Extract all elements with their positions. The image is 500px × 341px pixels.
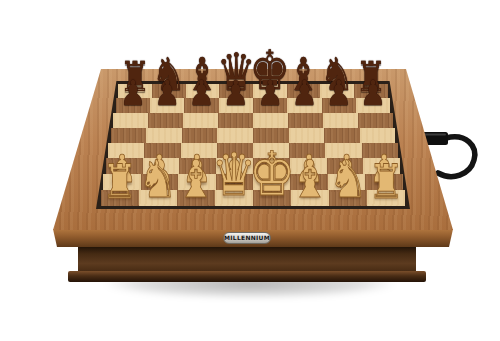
white-bishop-glyph: ♝	[290, 153, 329, 205]
black-pawn-h7[interactable]: ♟	[360, 82, 387, 112]
black-pawn-glyph: ♟	[154, 77, 181, 112]
black-pawn-glyph: ♟	[326, 77, 353, 112]
white-bishop-glyph: ♝	[176, 153, 215, 205]
black-pawn-c7[interactable]: ♟	[188, 82, 215, 112]
white-knight-g1[interactable]: ♞	[328, 160, 367, 204]
white-rook-a1[interactable]: ♜	[102, 164, 138, 204]
chess-pieces: ♜♞♝♛♚♝♞♜♟♟♟♟♟♟♟♟♟♟♟♟♟♟♟♟♜♞♝♛♚♝♞♜	[0, 0, 500, 341]
white-rook-h1[interactable]: ♜	[368, 164, 404, 204]
black-pawn-glyph: ♟	[257, 77, 284, 112]
white-knight-glyph: ♞	[138, 153, 177, 205]
black-pawn-g7[interactable]: ♟	[326, 82, 353, 112]
black-pawn-b7[interactable]: ♟	[154, 82, 181, 112]
black-pawn-glyph: ♟	[291, 77, 318, 112]
black-pawn-e7[interactable]: ♟	[257, 82, 284, 112]
black-pawn-glyph: ♟	[223, 77, 250, 112]
white-knight-b1[interactable]: ♞	[138, 160, 177, 204]
white-bishop-f1[interactable]: ♝	[290, 160, 329, 204]
black-pawn-a7[interactable]: ♟	[120, 82, 147, 112]
white-rook-glyph: ♜	[368, 158, 404, 205]
white-bishop-c1[interactable]: ♝	[176, 160, 215, 204]
white-king-glyph: ♚	[249, 144, 296, 205]
black-pawn-glyph: ♟	[188, 77, 215, 112]
white-knight-glyph: ♞	[328, 153, 367, 205]
black-pawn-d7[interactable]: ♟	[223, 82, 250, 112]
black-pawn-glyph: ♟	[120, 77, 147, 112]
black-pawn-f7[interactable]: ♟	[291, 82, 318, 112]
white-rook-glyph: ♜	[102, 158, 138, 205]
black-pawn-glyph: ♟	[360, 77, 387, 112]
white-king-e1[interactable]: ♚	[249, 152, 296, 204]
product-photo-scene: MILLENNIUM ♜♞♝♛♚♝♞♜♟♟♟♟♟♟♟♟♟♟♟♟♟♟♟♟♜♞♝♛♚…	[0, 0, 500, 341]
